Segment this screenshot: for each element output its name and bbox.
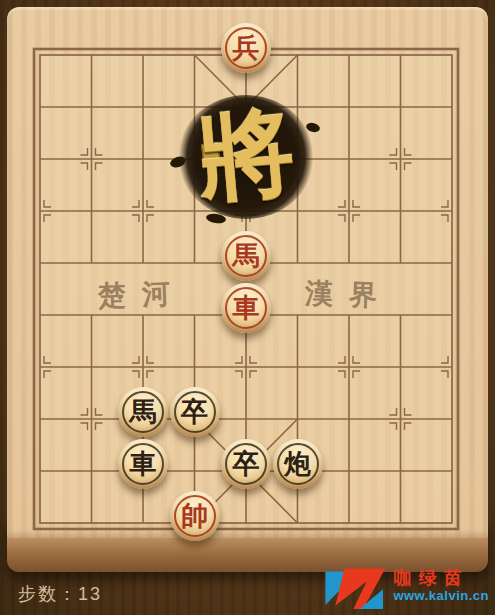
watermark-brand: 咖绿茵 bbox=[393, 568, 468, 589]
piece-glyph: 卒 bbox=[233, 450, 260, 477]
piece-glyph: 馬 bbox=[130, 398, 157, 425]
check-banner: 將 bbox=[176, 93, 316, 221]
piece-glyph: 車 bbox=[130, 450, 157, 477]
piece-black-chariot-c9[interactable]: 車 bbox=[118, 439, 168, 489]
check-banner-glyph: 將 bbox=[172, 95, 321, 215]
move-counter-value: 13 bbox=[78, 584, 102, 604]
piece-red-soldier-e1[interactable]: 兵 bbox=[221, 23, 271, 73]
piece-glyph: 兵 bbox=[233, 34, 260, 61]
piece-red-horse-e5[interactable]: 馬 bbox=[221, 231, 271, 281]
watermark: 咖绿茵 www.kalvin.cn bbox=[325, 563, 489, 609]
piece-red-chariot-e6[interactable]: 車 bbox=[221, 283, 271, 333]
watermark-text: 咖绿茵 www.kalvin.cn bbox=[393, 568, 489, 604]
piece-glyph: 馬 bbox=[233, 242, 260, 269]
move-counter: 步数：13 bbox=[18, 582, 102, 606]
piece-glyph: 炮 bbox=[284, 450, 311, 477]
piece-black-horse-c8[interactable]: 馬 bbox=[118, 387, 168, 437]
app-root: 楚河 漢界 兵馬車馬卒車卒炮帥 將 步数：13 咖绿茵 www.kalvin.c… bbox=[0, 0, 495, 615]
piece-red-general-d10[interactable]: 帥 bbox=[170, 491, 220, 541]
move-counter-label: 步数： bbox=[18, 584, 78, 604]
kalvin-logo-icon bbox=[325, 563, 385, 609]
piece-glyph: 卒 bbox=[181, 398, 208, 425]
piece-black-cannon-f9[interactable]: 炮 bbox=[273, 439, 323, 489]
piece-glyph: 車 bbox=[233, 294, 260, 321]
watermark-url: www.kalvin.cn bbox=[393, 589, 489, 604]
piece-black-soldier-d8[interactable]: 卒 bbox=[170, 387, 220, 437]
piece-black-soldier-e9[interactable]: 卒 bbox=[221, 439, 271, 489]
xiangqi-board[interactable]: 楚河 漢界 兵馬車馬卒車卒炮帥 將 bbox=[0, 0, 495, 615]
piece-glyph: 帥 bbox=[181, 502, 208, 529]
